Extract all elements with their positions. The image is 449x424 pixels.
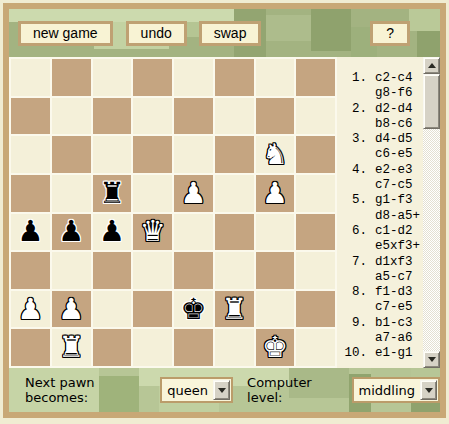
move-list-scrollbar[interactable] bbox=[423, 57, 440, 368]
square-c4[interactable]: ♟ bbox=[93, 214, 132, 251]
square-e1[interactable] bbox=[174, 329, 213, 366]
move-row: d8-a5+ bbox=[337, 209, 423, 224]
scroll-up-icon bbox=[428, 63, 436, 68]
square-e8[interactable] bbox=[174, 59, 213, 96]
move-text: a5-c7 bbox=[375, 270, 413, 285]
piece-black-pawn-a4[interactable]: ♟ bbox=[17, 217, 43, 246]
square-g2[interactable] bbox=[256, 291, 295, 328]
move-text: c6-e5 bbox=[375, 147, 413, 162]
square-e7[interactable] bbox=[174, 98, 213, 135]
move-text: g8-f6 bbox=[375, 86, 413, 101]
level-label: Computer level: bbox=[247, 375, 345, 405]
square-b3[interactable] bbox=[52, 252, 91, 289]
scroll-up-button[interactable] bbox=[423, 57, 440, 74]
square-f5[interactable] bbox=[215, 175, 254, 212]
square-e5[interactable]: ♟ bbox=[174, 175, 213, 212]
square-f8[interactable] bbox=[215, 59, 254, 96]
move-text: c1-d2 bbox=[375, 224, 413, 239]
move-text: a7-a6 bbox=[375, 331, 413, 346]
move-number: 2. bbox=[337, 102, 367, 117]
move-number: 5. bbox=[337, 193, 367, 208]
scrollbar-thumb[interactable] bbox=[423, 74, 440, 129]
move-text: b8-c6 bbox=[375, 117, 413, 132]
square-c7[interactable] bbox=[93, 98, 132, 135]
piece-white-queen-d4[interactable]: ♛ bbox=[140, 217, 166, 246]
piece-black-king-e2[interactable]: ♚ bbox=[180, 295, 206, 324]
square-b8[interactable] bbox=[52, 59, 91, 96]
square-f7[interactable] bbox=[215, 98, 254, 135]
new-game-button[interactable]: new game bbox=[18, 21, 113, 46]
square-a2[interactable]: ♟ bbox=[11, 291, 50, 328]
move-text: c7-e5 bbox=[375, 300, 413, 315]
move-text: e5xf3+ bbox=[375, 239, 420, 254]
piece-black-pawn-c4[interactable]: ♟ bbox=[99, 217, 125, 246]
square-b4[interactable]: ♟ bbox=[52, 214, 91, 251]
scroll-down-icon bbox=[428, 357, 436, 362]
move-number: 8. bbox=[337, 285, 367, 300]
bottom-bar: Next pawn becomes: queen Computer level:… bbox=[9, 368, 440, 412]
move-number: 1. bbox=[337, 71, 367, 86]
square-a7[interactable] bbox=[11, 98, 50, 135]
chevron-down-icon bbox=[218, 388, 226, 393]
square-b5[interactable] bbox=[52, 175, 91, 212]
square-g5[interactable]: ♟ bbox=[256, 175, 295, 212]
move-number: 4. bbox=[337, 163, 367, 178]
piece-white-pawn-a2[interactable]: ♟ bbox=[17, 295, 43, 324]
square-f1[interactable] bbox=[215, 329, 254, 366]
square-g6[interactable]: ♞ bbox=[256, 136, 295, 173]
move-row: b8-c6 bbox=[337, 117, 423, 132]
move-text: d4-d5 bbox=[375, 132, 413, 147]
square-b7[interactable] bbox=[52, 98, 91, 135]
square-d5[interactable] bbox=[133, 175, 172, 212]
square-h2[interactable] bbox=[296, 291, 335, 328]
undo-button[interactable]: undo bbox=[126, 21, 187, 46]
piece-white-pawn-e5[interactable]: ♟ bbox=[180, 179, 206, 208]
scroll-down-button[interactable] bbox=[423, 351, 440, 368]
chevron-down-icon bbox=[425, 388, 433, 393]
square-c2[interactable] bbox=[93, 291, 132, 328]
square-b6[interactable] bbox=[52, 136, 91, 173]
square-a4[interactable]: ♟ bbox=[11, 214, 50, 251]
main-area: ♞♜♟♟♟♟♟♛♟♟♚♜♜♚ 1.c2-c4g8-f62.d2-d4b8-c63… bbox=[9, 57, 440, 368]
square-e2[interactable]: ♚ bbox=[174, 291, 213, 328]
square-f3[interactable] bbox=[215, 252, 254, 289]
promotion-dropdown-button[interactable] bbox=[213, 380, 230, 400]
move-list[interactable]: 1.c2-c4g8-f62.d2-d4b8-c63.d4-d5c6-e54.e2… bbox=[337, 57, 423, 368]
move-number: 7. bbox=[337, 255, 367, 270]
square-f4[interactable] bbox=[215, 214, 254, 251]
square-d1[interactable] bbox=[133, 329, 172, 366]
square-f2[interactable]: ♜ bbox=[215, 291, 254, 328]
piece-white-rook-b1[interactable]: ♜ bbox=[58, 333, 84, 362]
move-text: d2-d4 bbox=[375, 102, 413, 117]
piece-white-rook-f2[interactable]: ♜ bbox=[221, 295, 247, 324]
square-h7[interactable] bbox=[296, 98, 335, 135]
swap-button[interactable]: swap bbox=[199, 21, 262, 46]
move-row: c6-e5 bbox=[337, 147, 423, 162]
square-a3[interactable] bbox=[11, 252, 50, 289]
square-d8[interactable] bbox=[133, 59, 172, 96]
square-a8[interactable] bbox=[11, 59, 50, 96]
square-d3[interactable] bbox=[133, 252, 172, 289]
square-h3[interactable] bbox=[296, 252, 335, 289]
square-g4[interactable] bbox=[256, 214, 295, 251]
move-number: 6. bbox=[337, 224, 367, 239]
square-g3[interactable] bbox=[256, 252, 295, 289]
piece-white-king-g1[interactable]: ♚ bbox=[262, 333, 288, 362]
scrollbar-track[interactable] bbox=[423, 74, 440, 351]
square-c3[interactable] bbox=[93, 252, 132, 289]
promotion-label: Next pawn becomes: bbox=[25, 375, 154, 405]
piece-white-knight-g6[interactable]: ♞ bbox=[262, 140, 288, 169]
square-c5[interactable]: ♜ bbox=[93, 175, 132, 212]
move-row: 10.e1-g1 bbox=[337, 346, 423, 361]
move-text: f1-d3 bbox=[375, 285, 413, 300]
square-g1[interactable]: ♚ bbox=[256, 329, 295, 366]
move-row: 3.d4-d5 bbox=[337, 132, 423, 147]
help-button[interactable]: ? bbox=[370, 21, 410, 46]
square-c1[interactable] bbox=[93, 329, 132, 366]
square-b2[interactable]: ♟ bbox=[52, 291, 91, 328]
square-e6[interactable] bbox=[174, 136, 213, 173]
square-g7[interactable] bbox=[256, 98, 295, 135]
move-row: c7-e5 bbox=[337, 300, 423, 315]
square-h8[interactable] bbox=[296, 59, 335, 96]
square-d2[interactable] bbox=[133, 291, 172, 328]
move-row: 1.c2-c4 bbox=[337, 71, 423, 86]
move-text: c7-c5 bbox=[375, 178, 413, 193]
move-text: c2-c4 bbox=[375, 71, 413, 86]
move-row: 9.b1-c3 bbox=[337, 316, 423, 331]
move-text: d1xf3 bbox=[375, 255, 413, 270]
move-row: 7.d1xf3 bbox=[337, 255, 423, 270]
move-row: a5-c7 bbox=[337, 270, 423, 285]
square-a5[interactable] bbox=[11, 175, 50, 212]
move-row: c7-c5 bbox=[337, 178, 423, 193]
app-frame: new game undo swap ? ♞♜♟♟♟♟♟♛♟♟♚♜♜♚ 1.c2… bbox=[3, 3, 446, 418]
level-select[interactable]: middling bbox=[352, 377, 441, 403]
move-number: 3. bbox=[337, 132, 367, 147]
square-h6[interactable] bbox=[296, 136, 335, 173]
square-d4[interactable]: ♛ bbox=[133, 214, 172, 251]
square-h4[interactable] bbox=[296, 214, 335, 251]
chess-board: ♞♜♟♟♟♟♟♛♟♟♚♜♜♚ bbox=[9, 57, 337, 368]
square-a6[interactable] bbox=[11, 136, 50, 173]
move-text: g1-f3 bbox=[375, 193, 413, 208]
square-h5[interactable] bbox=[296, 175, 335, 212]
move-number: 9. bbox=[337, 316, 367, 331]
piece-black-pawn-b4[interactable]: ♟ bbox=[58, 217, 84, 246]
move-row: e5xf3+ bbox=[337, 239, 423, 254]
move-text: b1-c3 bbox=[375, 316, 413, 331]
toolbar-buttons: new game undo swap ? bbox=[9, 9, 440, 57]
piece-white-pawn-g5[interactable]: ♟ bbox=[262, 179, 288, 208]
move-text: d8-a5+ bbox=[375, 209, 420, 224]
square-e4[interactable] bbox=[174, 214, 213, 251]
move-text: e1-g1 bbox=[375, 346, 413, 361]
move-number: 10. bbox=[337, 346, 367, 361]
square-c8[interactable] bbox=[93, 59, 132, 96]
square-g8[interactable] bbox=[256, 59, 295, 96]
move-row: a7-a6 bbox=[337, 331, 423, 346]
move-text: e2-e3 bbox=[375, 163, 413, 178]
square-b1[interactable]: ♜ bbox=[52, 329, 91, 366]
toolbar: new game undo swap ? bbox=[9, 9, 440, 57]
bottom-controls: Next pawn becomes: queen Computer level:… bbox=[9, 375, 440, 405]
square-f6[interactable] bbox=[215, 136, 254, 173]
piece-white-pawn-b2[interactable]: ♟ bbox=[58, 295, 84, 324]
square-d7[interactable] bbox=[133, 98, 172, 135]
move-row: 8.f1-d3 bbox=[337, 285, 423, 300]
piece-black-rook-c5[interactable]: ♜ bbox=[99, 179, 125, 208]
move-row: 4.e2-e3 bbox=[337, 163, 423, 178]
move-row: 5.g1-f3 bbox=[337, 193, 423, 208]
level-dropdown-button[interactable] bbox=[420, 380, 437, 400]
square-e3[interactable] bbox=[174, 252, 213, 289]
square-d6[interactable] bbox=[133, 136, 172, 173]
square-c6[interactable] bbox=[93, 136, 132, 173]
move-row: 2.d2-d4 bbox=[337, 102, 423, 117]
level-value: middling bbox=[355, 383, 421, 398]
chess-app: new game undo swap ? ♞♜♟♟♟♟♟♛♟♟♚♜♜♚ 1.c2… bbox=[0, 0, 449, 424]
promotion-value: queen bbox=[163, 383, 213, 398]
square-a1[interactable] bbox=[11, 329, 50, 366]
move-row: g8-f6 bbox=[337, 86, 423, 101]
promotion-select[interactable]: queen bbox=[160, 377, 233, 403]
move-row: 6.c1-d2 bbox=[337, 224, 423, 239]
square-h1[interactable] bbox=[296, 329, 335, 366]
